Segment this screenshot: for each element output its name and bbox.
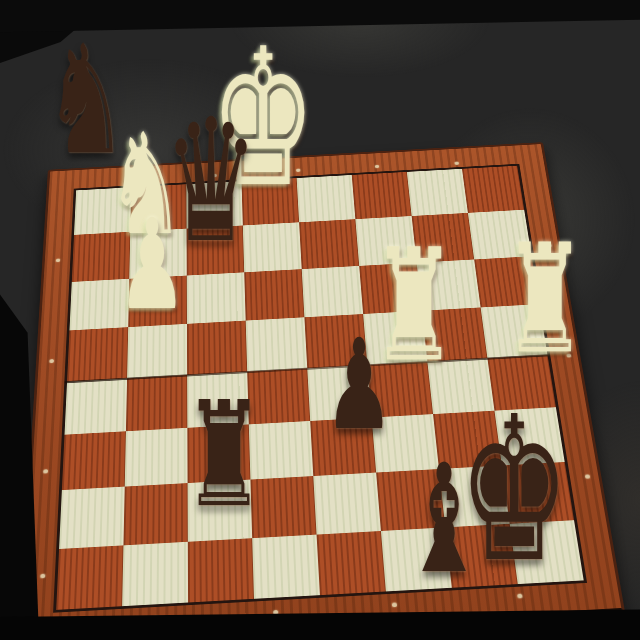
- photo-canvas: ♚♞♛♞♟♜♜♟♜♚♝: [0, 0, 640, 640]
- photo-scene: ♚♞♛♞♟♜♜♟♜♚♝: [0, 0, 640, 640]
- white-rook-h-h4[interactable]: ♜: [503, 224, 586, 374]
- white-pawn-b5[interactable]: ♟: [117, 202, 186, 327]
- black-bishop-f1[interactable]: ♝: [402, 444, 485, 594]
- pieces-layer: ♚♞♛♞♟♜♜♟♜♚♝: [0, 0, 640, 640]
- black-rook-c2[interactable]: ♜: [184, 382, 265, 527]
- black-pawn-e3[interactable]: ♟: [324, 322, 393, 447]
